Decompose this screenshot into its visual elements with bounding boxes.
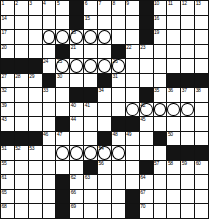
block-r6c14 bbox=[181, 74, 194, 88]
cell-r1c8[interactable]: 7 bbox=[98, 1, 111, 15]
cell-r2c7[interactable]: 15 bbox=[84, 16, 97, 30]
cell-r2c13[interactable] bbox=[167, 16, 180, 30]
letter-circle-marker bbox=[70, 30, 83, 44]
cell-r4c14[interactable] bbox=[181, 45, 194, 59]
cell-r12c10[interactable] bbox=[126, 161, 139, 175]
clue-number: 63 bbox=[85, 175, 90, 181]
letter-circle-marker bbox=[84, 59, 97, 73]
letter-circle-marker bbox=[84, 146, 97, 160]
cell-r3c9[interactable] bbox=[112, 30, 125, 44]
cell-r7c1[interactable]: 32 bbox=[1, 88, 14, 102]
clue-number: 38 bbox=[196, 88, 201, 94]
clue-number: 60 bbox=[196, 161, 201, 167]
clue-number: 51 bbox=[2, 146, 7, 152]
cell-r14c3[interactable] bbox=[29, 190, 42, 204]
block-r7c7 bbox=[84, 88, 97, 102]
cell-r2c1[interactable]: 14 bbox=[1, 16, 14, 30]
cell-r4c1[interactable]: 20 bbox=[1, 45, 14, 59]
cell-r6c12[interactable] bbox=[154, 74, 167, 88]
cell-r1c4[interactable]: 4 bbox=[43, 1, 56, 15]
cell-r15c4[interactable] bbox=[43, 204, 56, 218]
cell-r2c5[interactable] bbox=[56, 16, 69, 30]
block-r9c10 bbox=[126, 117, 139, 131]
cell-r10c15[interactable] bbox=[195, 132, 208, 146]
block-r10c1 bbox=[1, 132, 14, 146]
cell-r6c9[interactable]: 31 bbox=[112, 74, 125, 88]
block-r7c11 bbox=[140, 88, 153, 102]
cell-r3c5[interactable] bbox=[56, 30, 69, 44]
letter-circle-marker bbox=[56, 146, 69, 160]
cell-r12c2[interactable] bbox=[15, 161, 28, 175]
block-r10c12 bbox=[154, 132, 167, 146]
cell-r8c5[interactable] bbox=[56, 103, 69, 117]
cell-r1c2[interactable]: 2 bbox=[15, 1, 28, 15]
cell-r8c14[interactable] bbox=[181, 103, 194, 117]
cell-r2c15[interactable] bbox=[195, 16, 208, 30]
cell-r12c13[interactable]: 58 bbox=[167, 161, 180, 175]
cell-r12c5[interactable] bbox=[56, 161, 69, 175]
cell-r11c11[interactable] bbox=[140, 146, 153, 160]
cell-r4c7[interactable] bbox=[84, 45, 97, 59]
cell-r8c2[interactable] bbox=[15, 103, 28, 117]
clue-number: 24 bbox=[43, 59, 48, 65]
cell-r14c9[interactable] bbox=[112, 190, 125, 204]
cell-r9c13[interactable] bbox=[167, 117, 180, 131]
block-r11c13 bbox=[167, 146, 180, 160]
clue-number: 57 bbox=[154, 161, 159, 167]
clue-number: 45 bbox=[140, 117, 145, 123]
cell-r9c8[interactable] bbox=[98, 117, 111, 131]
cell-r15c14[interactable] bbox=[181, 204, 194, 218]
cell-r4c2[interactable] bbox=[15, 45, 28, 59]
cell-r11c8[interactable]: 54 bbox=[98, 146, 111, 160]
cell-r12c3[interactable] bbox=[29, 161, 42, 175]
cell-r4c13[interactable] bbox=[167, 45, 180, 59]
cell-r7c5[interactable] bbox=[56, 88, 69, 102]
cell-r9c4[interactable] bbox=[43, 117, 56, 131]
clue-number: 55 bbox=[2, 161, 7, 167]
cell-r12c12[interactable]: 57 bbox=[154, 161, 167, 175]
cell-r15c7[interactable] bbox=[84, 204, 97, 218]
cell-r12c9[interactable] bbox=[112, 161, 125, 175]
cell-r14c12[interactable] bbox=[154, 190, 167, 204]
cell-r9c6[interactable]: 44 bbox=[70, 117, 83, 131]
cell-r5c10[interactable] bbox=[126, 59, 139, 73]
cell-r12c4[interactable] bbox=[43, 161, 56, 175]
cell-r9c3[interactable] bbox=[29, 117, 42, 131]
clue-number: 4 bbox=[43, 1, 45, 7]
clue-number: 35 bbox=[154, 88, 159, 94]
clue-number: 1 bbox=[2, 1, 4, 7]
cell-r1c14[interactable]: 12 bbox=[181, 1, 194, 15]
cell-r10c11[interactable] bbox=[140, 132, 153, 146]
cell-r5c13[interactable] bbox=[167, 59, 180, 73]
cell-r9c2[interactable] bbox=[15, 117, 28, 131]
cell-r10c10[interactable]: 49 bbox=[126, 132, 139, 146]
clue-number: 19 bbox=[154, 30, 159, 36]
letter-circle-marker bbox=[84, 30, 97, 44]
cell-r12c1[interactable]: 55 bbox=[1, 161, 14, 175]
cell-r2c2[interactable] bbox=[15, 16, 28, 30]
cell-r9c12[interactable] bbox=[154, 117, 167, 131]
cell-r5c6[interactable] bbox=[70, 59, 83, 73]
cell-r8c1[interactable]: 39 bbox=[1, 103, 14, 117]
cell-r8c11[interactable]: 42 bbox=[140, 103, 153, 117]
clue-number: 37 bbox=[182, 88, 187, 94]
cell-r8c6[interactable]: 40 bbox=[70, 103, 83, 117]
clue-number: 49 bbox=[126, 132, 131, 138]
cell-r4c10[interactable]: 22 bbox=[126, 45, 139, 59]
cell-r6c11[interactable] bbox=[140, 74, 153, 88]
cell-r8c4[interactable] bbox=[43, 103, 56, 117]
clue-number: 48 bbox=[112, 132, 117, 138]
clue-number: 58 bbox=[168, 161, 173, 167]
cell-r11c4[interactable] bbox=[43, 146, 56, 160]
cell-r15c3[interactable] bbox=[29, 204, 42, 218]
letter-circle-marker bbox=[43, 30, 56, 44]
block-r6c15 bbox=[195, 74, 208, 88]
clue-number: 3 bbox=[29, 1, 31, 7]
cell-r11c2[interactable]: 52 bbox=[15, 146, 28, 160]
cell-r8c3[interactable] bbox=[29, 103, 42, 117]
cell-r3c7[interactable] bbox=[84, 30, 97, 44]
cell-r2c9[interactable] bbox=[112, 16, 125, 30]
letter-circle-marker bbox=[126, 103, 139, 117]
cell-r4c15[interactable] bbox=[195, 45, 208, 59]
cell-r3c14[interactable] bbox=[181, 30, 194, 44]
cell-r3c1[interactable]: 17 bbox=[1, 30, 14, 44]
cell-r14c11[interactable]: 67 bbox=[140, 190, 153, 204]
cell-r9c1[interactable]: 43 bbox=[1, 117, 14, 131]
cell-r9c7[interactable] bbox=[84, 117, 97, 131]
letter-circle-marker bbox=[56, 30, 69, 44]
cell-r8c15[interactable] bbox=[195, 103, 208, 117]
clue-number: 29 bbox=[29, 74, 34, 80]
cell-r12c8[interactable]: 56 bbox=[98, 161, 111, 175]
clue-number: 13 bbox=[196, 1, 201, 7]
clue-number: 16 bbox=[154, 16, 159, 22]
cell-r11c9[interactable] bbox=[112, 146, 125, 160]
cell-r1c5[interactable]: 5 bbox=[56, 1, 69, 15]
cell-r3c10[interactable] bbox=[126, 30, 139, 44]
cell-r9c15[interactable] bbox=[195, 117, 208, 131]
clue-number: 65 bbox=[2, 190, 7, 196]
clue-number: 22 bbox=[126, 45, 131, 51]
cell-r4c8[interactable] bbox=[98, 45, 111, 59]
cell-r11c3[interactable]: 53 bbox=[29, 146, 42, 160]
block-r5c1 bbox=[1, 59, 14, 73]
cell-r4c12[interactable] bbox=[154, 45, 167, 59]
cell-r1c12[interactable]: 10 bbox=[154, 1, 167, 15]
block-r15c5 bbox=[56, 204, 69, 218]
cell-r8c9[interactable] bbox=[112, 103, 125, 117]
block-r12c11 bbox=[140, 161, 153, 175]
cell-r1c13[interactable]: 11 bbox=[167, 1, 180, 15]
cell-r10c6[interactable] bbox=[70, 132, 83, 146]
block-r13c5 bbox=[56, 175, 69, 189]
clue-number: 23 bbox=[140, 45, 145, 51]
cell-r10c5[interactable]: 47 bbox=[56, 132, 69, 146]
cell-r7c14[interactable]: 37 bbox=[181, 88, 194, 102]
cell-r13c11[interactable]: 64 bbox=[140, 175, 153, 189]
cell-r8c7[interactable]: 41 bbox=[84, 103, 97, 117]
cell-r13c14[interactable] bbox=[181, 175, 194, 189]
crossword-grid: 1234567891011121314151617181920212223242… bbox=[0, 0, 209, 219]
cell-r14c14[interactable] bbox=[181, 190, 194, 204]
cell-r11c6[interactable] bbox=[70, 146, 83, 160]
cell-r2c3[interactable] bbox=[29, 16, 42, 30]
cell-r10c13[interactable]: 50 bbox=[167, 132, 180, 146]
cell-r10c9[interactable]: 48 bbox=[112, 132, 125, 146]
cell-r7c9[interactable] bbox=[112, 88, 125, 102]
clue-number: 2 bbox=[15, 1, 17, 7]
cell-r11c5[interactable] bbox=[56, 146, 69, 160]
letter-circle-marker bbox=[98, 30, 111, 44]
cell-r8c10[interactable] bbox=[126, 103, 139, 117]
cell-r2c10[interactable] bbox=[126, 16, 139, 30]
cell-r14c7[interactable] bbox=[84, 190, 97, 204]
block-r10c3 bbox=[29, 132, 42, 146]
cell-r3c13[interactable] bbox=[167, 30, 180, 44]
cell-r7c2[interactable] bbox=[15, 88, 28, 102]
cell-r3c8[interactable] bbox=[98, 30, 111, 44]
cell-r14c13[interactable] bbox=[167, 190, 180, 204]
letter-circle-marker bbox=[167, 103, 180, 117]
cell-r5c12[interactable] bbox=[154, 59, 167, 73]
cell-r10c4[interactable]: 46 bbox=[43, 132, 56, 146]
clue-number: 56 bbox=[99, 161, 104, 167]
cell-r9c14[interactable] bbox=[181, 117, 194, 131]
cell-r6c2[interactable]: 28 bbox=[15, 74, 28, 88]
cell-r14c1[interactable]: 65 bbox=[1, 190, 14, 204]
cell-r5c9[interactable]: 26 bbox=[112, 59, 125, 73]
cell-r12c15[interactable]: 60 bbox=[195, 161, 208, 175]
cell-r14c4[interactable] bbox=[43, 190, 56, 204]
cell-r6c10[interactable] bbox=[126, 74, 139, 88]
cell-r11c10[interactable] bbox=[126, 146, 139, 160]
cell-r4c6[interactable]: 21 bbox=[70, 45, 83, 59]
block-r2c6 bbox=[70, 16, 83, 30]
cell-r13c1[interactable]: 61 bbox=[1, 175, 14, 189]
cell-r13c7[interactable]: 63 bbox=[84, 175, 97, 189]
cell-r15c6[interactable]: 69 bbox=[70, 204, 83, 218]
clue-number: 27 bbox=[2, 74, 7, 80]
cell-r13c6[interactable]: 62 bbox=[70, 175, 83, 189]
clue-number: 40 bbox=[71, 103, 76, 109]
cell-r1c15[interactable]: 13 bbox=[195, 1, 208, 15]
block-r12c7 bbox=[84, 161, 97, 175]
cell-r5c14[interactable] bbox=[181, 59, 194, 73]
clue-number: 28 bbox=[15, 74, 20, 80]
cell-r4c4[interactable] bbox=[43, 45, 56, 59]
cell-r5c15[interactable] bbox=[195, 59, 208, 73]
cell-r15c11[interactable]: 70 bbox=[140, 204, 153, 218]
cell-r15c9[interactable] bbox=[112, 204, 125, 218]
clue-number: 46 bbox=[43, 132, 48, 138]
clue-number: 70 bbox=[140, 204, 145, 210]
cell-r13c9[interactable] bbox=[112, 175, 125, 189]
cell-r6c5[interactable]: 30 bbox=[56, 74, 69, 88]
clue-number: 61 bbox=[2, 175, 7, 181]
clue-number: 59 bbox=[182, 161, 187, 167]
cell-r7c4[interactable]: 33 bbox=[43, 88, 56, 102]
block-r6c13 bbox=[167, 74, 180, 88]
clue-number: 36 bbox=[168, 88, 173, 94]
cell-r6c6[interactable] bbox=[70, 74, 83, 88]
cell-r14c2[interactable] bbox=[15, 190, 28, 204]
cell-r6c3[interactable]: 29 bbox=[29, 74, 42, 88]
cell-r7c3[interactable] bbox=[29, 88, 42, 102]
cell-r1c9[interactable]: 8 bbox=[112, 1, 125, 15]
letter-circle-marker bbox=[70, 146, 83, 160]
block-r14c10 bbox=[126, 190, 139, 204]
cell-r3c15[interactable] bbox=[195, 30, 208, 44]
cell-r10c14[interactable] bbox=[181, 132, 194, 146]
clue-number: 66 bbox=[71, 190, 76, 196]
cell-r10c7[interactable] bbox=[84, 132, 97, 146]
cell-r3c3[interactable] bbox=[29, 30, 42, 44]
cell-r5c4[interactable]: 24 bbox=[43, 59, 56, 73]
cell-r2c12[interactable]: 16 bbox=[154, 16, 167, 30]
cell-r13c2[interactable] bbox=[15, 175, 28, 189]
block-r14c5 bbox=[56, 190, 69, 204]
clue-number: 31 bbox=[112, 74, 117, 80]
cell-r15c1[interactable]: 68 bbox=[1, 204, 14, 218]
letter-circle-marker bbox=[154, 103, 167, 117]
clue-number: 10 bbox=[154, 1, 159, 7]
cell-r15c15[interactable] bbox=[195, 204, 208, 218]
cell-r11c7[interactable] bbox=[84, 146, 97, 160]
cell-r2c8[interactable] bbox=[98, 16, 111, 30]
clue-number: 12 bbox=[182, 1, 187, 7]
clue-number: 64 bbox=[140, 175, 145, 181]
cell-r1c10[interactable]: 9 bbox=[126, 1, 139, 15]
clue-number: 21 bbox=[71, 45, 76, 51]
cell-r13c8[interactable] bbox=[98, 175, 111, 189]
cell-r4c11[interactable]: 23 bbox=[140, 45, 153, 59]
letter-circle-marker bbox=[56, 59, 69, 73]
clue-number: 11 bbox=[168, 1, 173, 7]
cell-r7c12[interactable]: 35 bbox=[154, 88, 167, 102]
block-r9c9 bbox=[112, 117, 125, 131]
cell-r13c12[interactable] bbox=[154, 175, 167, 189]
clue-number: 30 bbox=[57, 74, 62, 80]
cell-r3c4[interactable] bbox=[43, 30, 56, 44]
cell-r1c7[interactable]: 6 bbox=[84, 1, 97, 15]
clue-number: 62 bbox=[71, 175, 76, 181]
cell-r13c15[interactable] bbox=[195, 175, 208, 189]
cell-r5c5[interactable]: 25 bbox=[56, 59, 69, 73]
cell-r13c13[interactable] bbox=[167, 175, 180, 189]
clue-number: 33 bbox=[43, 88, 48, 94]
clue-number: 9 bbox=[126, 1, 128, 7]
clue-number: 39 bbox=[2, 103, 7, 109]
block-r5c3 bbox=[29, 59, 42, 73]
cell-r5c11[interactable] bbox=[140, 59, 153, 73]
letter-circle-marker bbox=[112, 59, 125, 73]
cell-r2c4[interactable] bbox=[43, 16, 56, 30]
clue-number: 32 bbox=[2, 88, 7, 94]
cell-r13c10[interactable] bbox=[126, 175, 139, 189]
cell-r15c2[interactable] bbox=[15, 204, 28, 218]
letter-circle-marker bbox=[112, 146, 125, 160]
cell-r8c12[interactable] bbox=[154, 103, 167, 117]
block-r6c8 bbox=[98, 74, 111, 88]
cell-r11c1[interactable]: 51 bbox=[1, 146, 14, 160]
block-r11c15 bbox=[195, 146, 208, 160]
cell-r9c11[interactable]: 45 bbox=[140, 117, 153, 131]
block-r4c5 bbox=[56, 45, 69, 59]
cell-r7c8[interactable]: 34 bbox=[98, 88, 111, 102]
cell-r3c2[interactable] bbox=[15, 30, 28, 44]
cell-r14c15[interactable] bbox=[195, 190, 208, 204]
letter-circle-marker bbox=[140, 103, 153, 117]
cell-r8c13[interactable] bbox=[167, 103, 180, 117]
clue-number: 68 bbox=[2, 204, 7, 210]
clue-number: 6 bbox=[85, 1, 87, 7]
cell-r5c7[interactable] bbox=[84, 59, 97, 73]
cell-r3c12[interactable]: 19 bbox=[154, 30, 167, 44]
clue-number: 69 bbox=[71, 204, 76, 210]
cell-r5c8[interactable] bbox=[98, 59, 111, 73]
clue-number: 7 bbox=[99, 1, 101, 7]
block-r6c4 bbox=[43, 74, 56, 88]
block-r11c14 bbox=[181, 146, 194, 160]
letter-circle-marker bbox=[98, 146, 111, 160]
cell-r2c14[interactable] bbox=[181, 16, 194, 30]
block-r15c10 bbox=[126, 204, 139, 218]
block-r2c11 bbox=[140, 16, 153, 30]
cell-r6c1[interactable]: 27 bbox=[1, 74, 14, 88]
cell-r7c15[interactable]: 38 bbox=[195, 88, 208, 102]
clue-number: 14 bbox=[2, 16, 7, 22]
cell-r6c7[interactable] bbox=[84, 74, 97, 88]
block-r4c9 bbox=[112, 45, 125, 59]
clue-number: 5 bbox=[57, 1, 59, 7]
block-r5c2 bbox=[15, 59, 28, 73]
cell-r11c12[interactable] bbox=[154, 146, 167, 160]
clue-number: 20 bbox=[2, 45, 7, 51]
cell-r3c6[interactable]: 18 bbox=[70, 30, 83, 44]
clue-number: 44 bbox=[71, 117, 76, 123]
clue-number: 17 bbox=[2, 30, 7, 36]
cell-r7c13[interactable]: 36 bbox=[167, 88, 180, 102]
cell-r15c12[interactable] bbox=[154, 204, 167, 218]
cell-r15c13[interactable] bbox=[167, 204, 180, 218]
cell-r13c3[interactable] bbox=[29, 175, 42, 189]
cell-r12c6[interactable] bbox=[70, 161, 83, 175]
clue-number: 41 bbox=[85, 103, 90, 109]
clue-number: 53 bbox=[29, 146, 34, 152]
cell-r13c4[interactable] bbox=[43, 175, 56, 189]
cell-r12c14[interactable]: 59 bbox=[181, 161, 194, 175]
cell-r7c10[interactable] bbox=[126, 88, 139, 102]
clue-number: 8 bbox=[112, 1, 114, 7]
letter-circle-marker bbox=[181, 103, 194, 117]
letter-circle-marker bbox=[98, 59, 111, 73]
cell-r4c3[interactable] bbox=[29, 45, 42, 59]
cell-r15c8[interactable] bbox=[98, 204, 111, 218]
block-r1c11 bbox=[140, 1, 153, 15]
cell-r14c6[interactable]: 66 bbox=[70, 190, 83, 204]
block-r7c6 bbox=[70, 88, 83, 102]
clue-number: 67 bbox=[140, 190, 145, 196]
block-r3c11 bbox=[140, 30, 153, 44]
cell-r14c8[interactable] bbox=[98, 190, 111, 204]
cell-r8c8[interactable] bbox=[98, 103, 111, 117]
cell-r1c3[interactable]: 3 bbox=[29, 1, 42, 15]
cell-r1c1[interactable]: 1 bbox=[1, 1, 14, 15]
